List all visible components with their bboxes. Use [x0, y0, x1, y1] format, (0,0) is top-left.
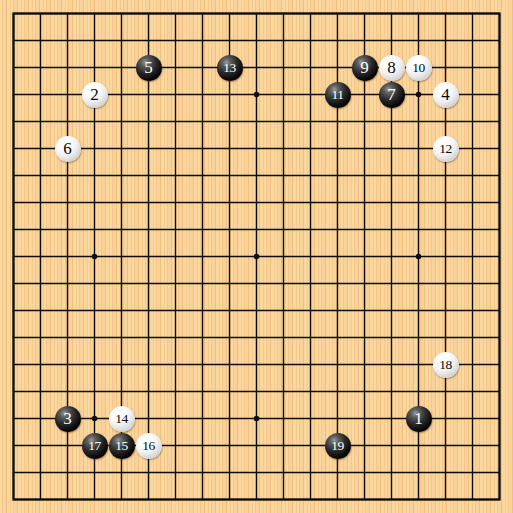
stone-10-white-Q17[interactable]: 10 [406, 55, 432, 81]
go-board[interactable]: 12345678910111213141516171819 [0, 0, 513, 513]
stone-3-black-C4[interactable]: 3 [55, 406, 81, 432]
stone-16-white-F3[interactable]: 16 [136, 433, 162, 459]
stone-1-black-Q4[interactable]: 1 [406, 406, 432, 432]
stone-12-white-R14[interactable]: 12 [433, 136, 459, 162]
stone-19-black-N3[interactable]: 19 [325, 433, 351, 459]
stone-13-black-J17[interactable]: 13 [217, 55, 243, 81]
stone-2-white-D16[interactable]: 2 [82, 82, 108, 108]
stone-17-black-D3[interactable]: 17 [82, 433, 108, 459]
stone-14-white-E4[interactable]: 14 [109, 406, 135, 432]
stone-4-white-R16[interactable]: 4 [433, 82, 459, 108]
stone-18-white-R6[interactable]: 18 [433, 352, 459, 378]
stone-11-black-N16[interactable]: 11 [325, 82, 351, 108]
stone-9-black-O17[interactable]: 9 [352, 55, 378, 81]
stone-7-black-P16[interactable]: 7 [379, 82, 405, 108]
stone-5-black-F17[interactable]: 5 [136, 55, 162, 81]
stone-6-white-C14[interactable]: 6 [55, 136, 81, 162]
stones-layer: 12345678910111213141516171819 [0, 0, 513, 513]
stone-15-black-E3[interactable]: 15 [109, 433, 135, 459]
stone-8-white-P17[interactable]: 8 [379, 55, 405, 81]
